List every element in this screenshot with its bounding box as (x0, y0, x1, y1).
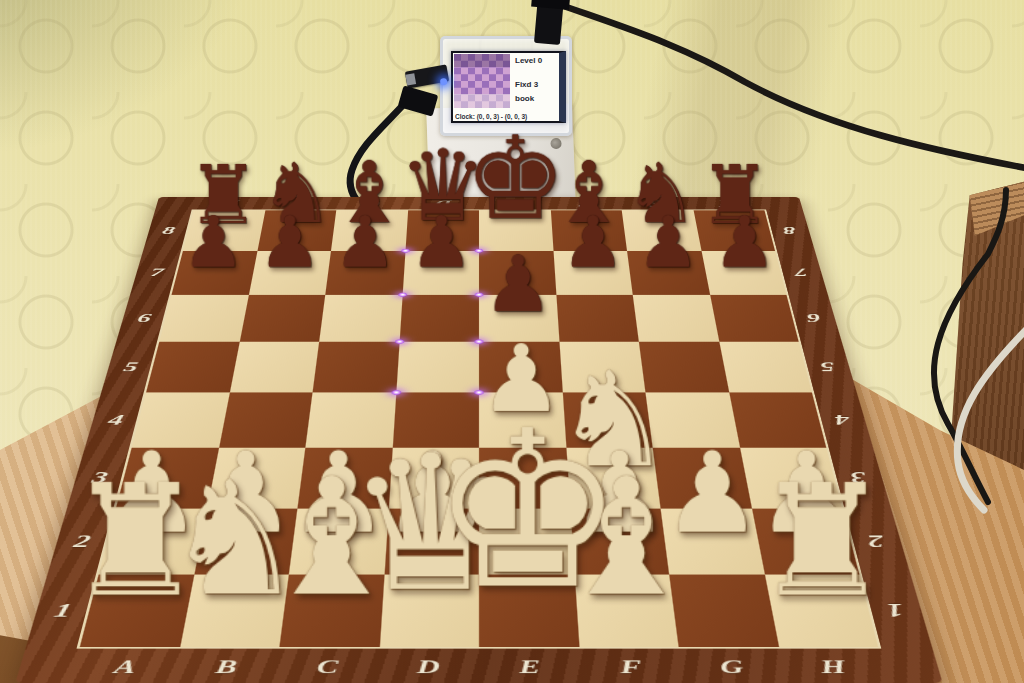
piece-black-pawn-e6: ♟ (484, 246, 554, 324)
rank-label-left-8: 8 (161, 224, 177, 237)
piece-black-pawn-d7: ♟ (409, 207, 472, 278)
file-label-bottom-C: C (316, 655, 339, 679)
rank-label-right-8: 8 (781, 224, 797, 237)
file-label-bottom-E: E (519, 655, 541, 679)
screen-line-book: book (515, 95, 534, 103)
screen-line-fixd: Fixd 3 (515, 81, 538, 89)
file-label-bottom-H: H (818, 655, 848, 679)
rank-label-left-5: 5 (122, 359, 140, 375)
file-label-bottom-B: B (214, 655, 239, 679)
screen-line-level: Level 0 (515, 57, 542, 65)
piece-black-pawn-b7: ♟ (258, 207, 321, 278)
piece-black-pawn-f7: ♟ (561, 207, 624, 278)
piece-black-pawn-c7: ♟ (334, 207, 397, 278)
board-pieces: ♜♞♝♛♚♝♞♜♟♟♟♟♟♟♟♟♟♞♟♟♟♟♟♟♟♜♞♝♛♚♝♜ (80, 210, 878, 647)
screen-menu-text: Level 0 Fixd 3 book (513, 54, 558, 110)
rank-label-left-4: 4 (106, 411, 125, 428)
rank-label-right-5: 5 (818, 359, 836, 375)
rank-label-right-6: 6 (805, 310, 822, 325)
piece-white-rook-h1: ♜ (753, 465, 891, 619)
rank-label-right-7: 7 (793, 265, 810, 279)
piece-black-pawn-g7: ♟ (637, 207, 700, 278)
rank-label-left-6: 6 (136, 310, 153, 325)
usb-dongle-connector (405, 73, 416, 85)
file-label-bottom-G: G (719, 655, 746, 679)
scene-photo: Level 0 Fixd 3 book Clock: (0, 0, 3) - (… (0, 0, 1024, 683)
file-label-bottom-A: A (112, 655, 138, 679)
rank-label-left-7: 7 (149, 265, 166, 279)
file-label-bottom-D: D (417, 655, 441, 679)
piece-white-bishop-f1: ♝ (553, 457, 698, 619)
piece-black-pawn-a7: ♟ (182, 207, 245, 278)
rank-label-right-4: 4 (832, 411, 851, 428)
chessboard: 8877665544332211AABBCCDDEEFFGGHH ♜♞♝♛♚♝♞… (15, 197, 942, 683)
screen-chessboard-thumbnail (454, 54, 510, 108)
piece-black-pawn-h7: ♟ (713, 207, 776, 278)
power-plug-top (534, 0, 564, 45)
file-label-bottom-F: F (619, 655, 642, 679)
